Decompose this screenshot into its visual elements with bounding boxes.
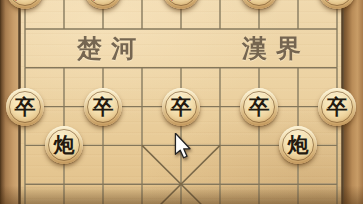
piece-character: 卒: [6, 88, 44, 126]
piece-character: 炮: [45, 126, 83, 164]
piece-character: 兵: [162, 0, 200, 9]
red-pawn[interactable]: 兵: [162, 0, 200, 9]
red-pawn[interactable]: 兵: [84, 0, 122, 9]
piece-character: 卒: [240, 88, 278, 126]
piece-character: 兵: [6, 0, 44, 9]
red-pawn[interactable]: 兵: [240, 0, 278, 9]
red-pawn[interactable]: 兵: [318, 0, 356, 9]
river-label-chu-he: 楚河: [77, 32, 145, 65]
black-pawn[interactable]: 卒: [84, 88, 122, 126]
piece-character: 卒: [84, 88, 122, 126]
piece-character: 兵: [318, 0, 356, 9]
river-label-han-jie: 漢界: [242, 32, 310, 65]
xiangqi-board[interactable]: 楚河 漢界 兵兵兵兵兵卒卒卒卒卒炮炮: [0, 0, 363, 204]
piece-character: 兵: [240, 0, 278, 9]
black-pawn[interactable]: 卒: [318, 88, 356, 126]
black-pawn[interactable]: 卒: [162, 88, 200, 126]
black-cannon[interactable]: 炮: [279, 126, 317, 164]
piece-character: 炮: [279, 126, 317, 164]
black-pawn[interactable]: 卒: [240, 88, 278, 126]
black-cannon[interactable]: 炮: [45, 126, 83, 164]
mouse-cursor-icon: [174, 133, 194, 162]
piece-character: 兵: [84, 0, 122, 9]
red-pawn[interactable]: 兵: [6, 0, 44, 9]
piece-character: 卒: [162, 88, 200, 126]
black-pawn[interactable]: 卒: [6, 88, 44, 126]
piece-character: 卒: [318, 88, 356, 126]
